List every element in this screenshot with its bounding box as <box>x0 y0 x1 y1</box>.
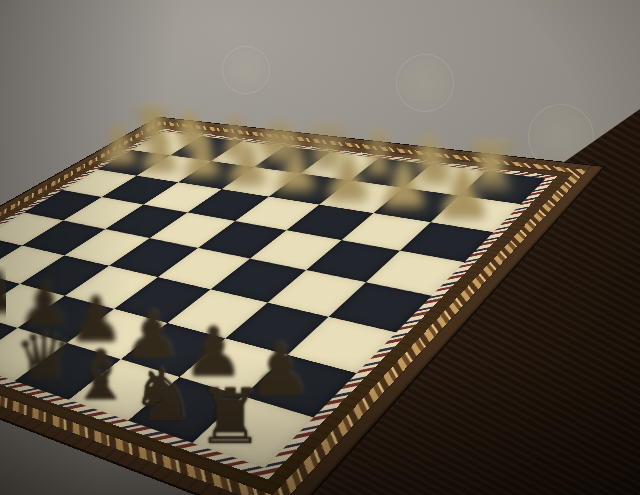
piece-white-rook-h1: ♜ <box>127 103 178 152</box>
bokeh-highlight-icon <box>396 54 454 112</box>
piece-white-rook-a1: ♜ <box>459 137 523 198</box>
bokeh-highlight-icon <box>222 46 270 94</box>
photo-scene: ♜♞♝♚♛♝♞♜♟♟♟♟♟♟♟♟♟♟♟♟♟♟♟♟♜♞♝♚♛♝♞♜ <box>0 0 640 495</box>
square-c4 <box>250 230 341 270</box>
square-e5 <box>109 238 198 277</box>
piece-white-knight-b1: ♞ <box>402 131 464 190</box>
square-a2: ♟ <box>431 196 521 232</box>
square-b2: ♟ <box>373 188 460 222</box>
piece-white-bishop-c1: ♝ <box>348 126 408 183</box>
